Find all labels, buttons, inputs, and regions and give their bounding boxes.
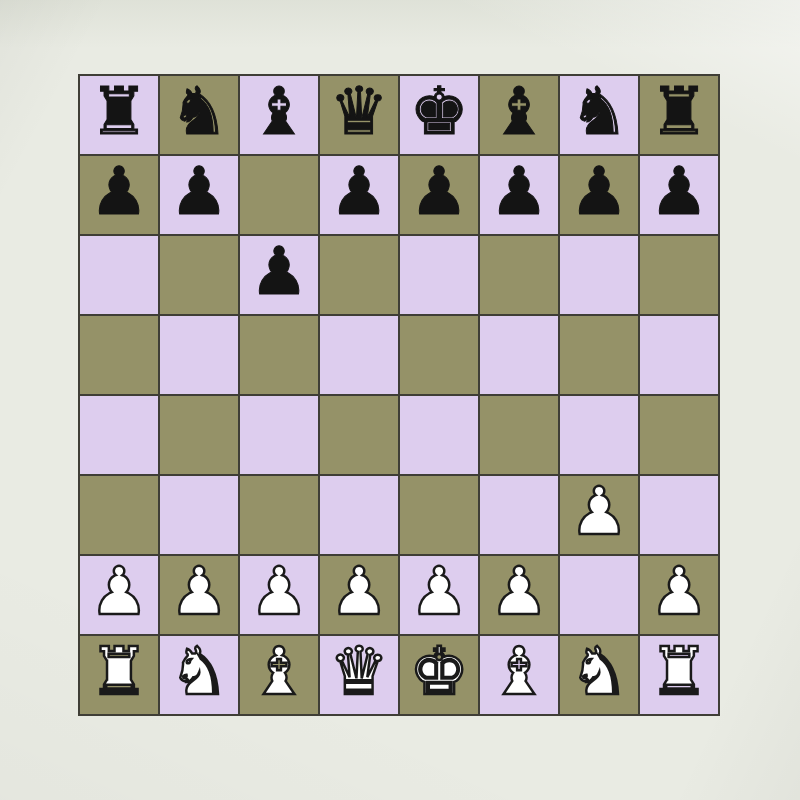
square-a5[interactable]: [80, 316, 158, 394]
piece-white-pawn: ♟: [169, 553, 228, 631]
piece-white-rook: ♜: [89, 633, 148, 711]
piece-white-king: ♚: [409, 633, 468, 711]
square-g6[interactable]: [560, 236, 638, 314]
square-f4[interactable]: [480, 396, 558, 474]
piece-black-bishop: ♝: [489, 73, 548, 151]
square-h1[interactable]: ♜: [640, 636, 718, 714]
square-b8[interactable]: ♞: [160, 76, 238, 154]
piece-white-knight: ♞: [169, 633, 228, 711]
square-d8[interactable]: ♛: [320, 76, 398, 154]
piece-white-pawn: ♟: [409, 553, 468, 631]
square-a3[interactable]: [80, 476, 158, 554]
square-b5[interactable]: [160, 316, 238, 394]
square-b7[interactable]: ♟: [160, 156, 238, 234]
board-area: ♜♞♝♛♚♝♞♜♟♟♟♟♟♟♟♟♟♟♟♟♟♟♟♟♜♞♝♛♚♝♞♜: [78, 74, 720, 716]
square-d7[interactable]: ♟: [320, 156, 398, 234]
square-h3[interactable]: [640, 476, 718, 554]
square-f6[interactable]: [480, 236, 558, 314]
square-h4[interactable]: [640, 396, 718, 474]
square-h6[interactable]: [640, 236, 718, 314]
square-e1[interactable]: ♚: [400, 636, 478, 714]
piece-black-pawn: ♟: [249, 233, 308, 311]
piece-black-queen: ♛: [329, 73, 388, 151]
piece-white-pawn: ♟: [569, 473, 628, 551]
page-background: { "game": "chess", "position": { "fen": …: [0, 0, 800, 800]
piece-black-rook: ♜: [89, 73, 148, 151]
chess-board: ♜♞♝♛♚♝♞♜♟♟♟♟♟♟♟♟♟♟♟♟♟♟♟♟♜♞♝♛♚♝♞♜: [78, 74, 720, 716]
square-a8[interactable]: ♜: [80, 76, 158, 154]
piece-white-pawn: ♟: [649, 553, 708, 631]
square-d5[interactable]: [320, 316, 398, 394]
piece-white-queen: ♛: [329, 633, 388, 711]
square-d2[interactable]: ♟: [320, 556, 398, 634]
square-f7[interactable]: ♟: [480, 156, 558, 234]
piece-white-pawn: ♟: [249, 553, 308, 631]
square-d1[interactable]: ♛: [320, 636, 398, 714]
piece-white-pawn: ♟: [489, 553, 548, 631]
square-c5[interactable]: [240, 316, 318, 394]
square-e5[interactable]: [400, 316, 478, 394]
square-a4[interactable]: [80, 396, 158, 474]
square-b4[interactable]: [160, 396, 238, 474]
square-e3[interactable]: [400, 476, 478, 554]
square-e2[interactable]: ♟: [400, 556, 478, 634]
piece-black-pawn: ♟: [329, 153, 388, 231]
piece-black-rook: ♜: [649, 73, 708, 151]
square-c1[interactable]: ♝: [240, 636, 318, 714]
square-f3[interactable]: [480, 476, 558, 554]
square-f5[interactable]: [480, 316, 558, 394]
square-b3[interactable]: [160, 476, 238, 554]
piece-black-knight: ♞: [569, 73, 628, 151]
piece-black-bishop: ♝: [249, 73, 308, 151]
square-d4[interactable]: [320, 396, 398, 474]
square-f1[interactable]: ♝: [480, 636, 558, 714]
piece-black-pawn: ♟: [409, 153, 468, 231]
square-c8[interactable]: ♝: [240, 76, 318, 154]
square-h2[interactable]: ♟: [640, 556, 718, 634]
piece-white-knight: ♞: [569, 633, 628, 711]
square-f8[interactable]: ♝: [480, 76, 558, 154]
square-g5[interactable]: [560, 316, 638, 394]
square-g7[interactable]: ♟: [560, 156, 638, 234]
square-h7[interactable]: ♟: [640, 156, 718, 234]
square-e8[interactable]: ♚: [400, 76, 478, 154]
square-a6[interactable]: [80, 236, 158, 314]
piece-black-king: ♚: [409, 73, 468, 151]
piece-black-pawn: ♟: [649, 153, 708, 231]
square-c7[interactable]: [240, 156, 318, 234]
square-b2[interactable]: ♟: [160, 556, 238, 634]
piece-white-pawn: ♟: [329, 553, 388, 631]
square-d3[interactable]: [320, 476, 398, 554]
piece-black-pawn: ♟: [89, 153, 148, 231]
square-c3[interactable]: [240, 476, 318, 554]
square-a2[interactable]: ♟: [80, 556, 158, 634]
piece-white-bishop: ♝: [249, 633, 308, 711]
square-b1[interactable]: ♞: [160, 636, 238, 714]
piece-black-pawn: ♟: [169, 153, 228, 231]
piece-white-bishop: ♝: [489, 633, 548, 711]
square-h5[interactable]: [640, 316, 718, 394]
square-e6[interactable]: [400, 236, 478, 314]
square-e7[interactable]: ♟: [400, 156, 478, 234]
square-g1[interactable]: ♞: [560, 636, 638, 714]
square-f2[interactable]: ♟: [480, 556, 558, 634]
square-c4[interactable]: [240, 396, 318, 474]
square-c2[interactable]: ♟: [240, 556, 318, 634]
square-e4[interactable]: [400, 396, 478, 474]
square-g2[interactable]: [560, 556, 638, 634]
square-c6[interactable]: ♟: [240, 236, 318, 314]
square-a1[interactable]: ♜: [80, 636, 158, 714]
square-h8[interactable]: ♜: [640, 76, 718, 154]
piece-black-pawn: ♟: [569, 153, 628, 231]
square-b6[interactable]: [160, 236, 238, 314]
square-g8[interactable]: ♞: [560, 76, 638, 154]
piece-black-knight: ♞: [169, 73, 228, 151]
square-g3[interactable]: ♟: [560, 476, 638, 554]
square-g4[interactable]: [560, 396, 638, 474]
square-a7[interactable]: ♟: [80, 156, 158, 234]
piece-white-pawn: ♟: [89, 553, 148, 631]
square-d6[interactable]: [320, 236, 398, 314]
piece-white-rook: ♜: [649, 633, 708, 711]
piece-black-pawn: ♟: [489, 153, 548, 231]
